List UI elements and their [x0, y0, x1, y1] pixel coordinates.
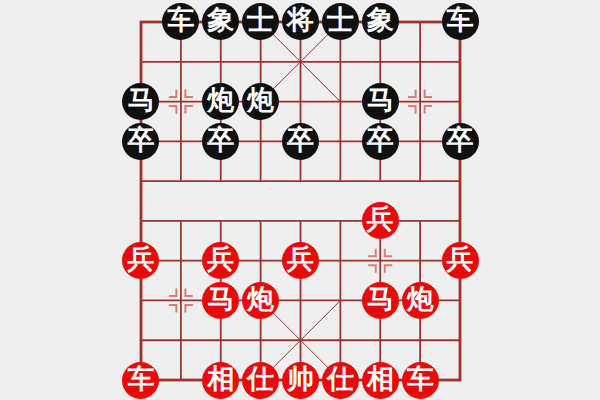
- piece-black-horse[interactable]: 马: [122, 83, 159, 120]
- piece-red-soldier[interactable]: 兵: [202, 242, 239, 279]
- piece-black-elephant[interactable]: 象: [362, 3, 399, 40]
- piece-red-general[interactable]: 帅: [282, 362, 319, 399]
- piece-black-soldier[interactable]: 卒: [202, 123, 239, 160]
- piece-black-elephant[interactable]: 象: [202, 3, 239, 40]
- piece-red-chariot[interactable]: 车: [402, 362, 439, 399]
- piece-black-soldier[interactable]: 卒: [362, 123, 399, 160]
- piece-black-soldier[interactable]: 卒: [122, 123, 159, 160]
- piece-red-soldier[interactable]: 兵: [122, 242, 159, 279]
- piece-red-cannon[interactable]: 炮: [242, 282, 279, 319]
- piece-red-horse[interactable]: 马: [362, 282, 399, 319]
- piece-red-cannon[interactable]: 炮: [402, 282, 439, 319]
- xiangqi-board[interactable]: 车象士将士象车马炮炮马卒卒卒卒卒兵兵兵兵兵马炮马炮车相仕帅仕相车: [121, 2, 480, 400]
- piece-black-cannon[interactable]: 炮: [202, 83, 239, 120]
- piece-red-chariot[interactable]: 车: [122, 362, 159, 399]
- piece-red-soldier[interactable]: 兵: [282, 242, 319, 279]
- piece-black-advisor[interactable]: 士: [322, 3, 359, 40]
- piece-black-horse[interactable]: 马: [362, 83, 399, 120]
- piece-red-elephant[interactable]: 相: [202, 362, 239, 399]
- piece-black-chariot[interactable]: 车: [162, 3, 199, 40]
- piece-black-general[interactable]: 将: [282, 3, 319, 40]
- piece-red-soldier[interactable]: 兵: [442, 242, 479, 279]
- piece-black-advisor[interactable]: 士: [242, 3, 279, 40]
- piece-black-chariot[interactable]: 车: [442, 3, 479, 40]
- piece-black-cannon[interactable]: 炮: [242, 83, 279, 120]
- piece-red-elephant[interactable]: 相: [362, 362, 399, 399]
- piece-red-soldier[interactable]: 兵: [362, 202, 399, 239]
- xiangqi-app: 车象士将士象车马炮炮马卒卒卒卒卒兵兵兵兵兵马炮马炮车相仕帅仕相车: [0, 0, 600, 400]
- piece-black-soldier[interactable]: 卒: [442, 123, 479, 160]
- piece-red-advisor[interactable]: 仕: [242, 362, 279, 399]
- piece-red-advisor[interactable]: 仕: [322, 362, 359, 399]
- piece-red-horse[interactable]: 马: [202, 282, 239, 319]
- piece-black-soldier[interactable]: 卒: [282, 123, 319, 160]
